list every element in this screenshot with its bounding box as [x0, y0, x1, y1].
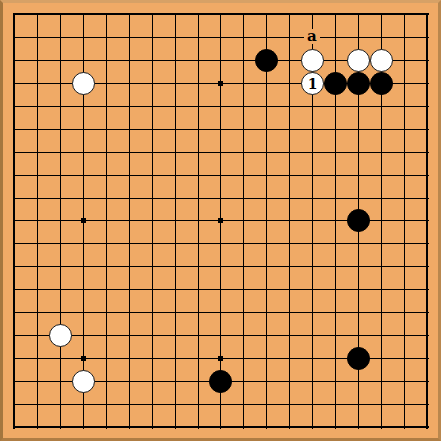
grid-line-horizontal [13, 175, 429, 176]
grid-line-horizontal [13, 312, 429, 313]
grid-line-horizontal [13, 106, 429, 107]
white-stone [49, 324, 72, 347]
grid-line-horizontal [13, 152, 429, 153]
grid-line-vertical [198, 13, 199, 429]
grid-line-horizontal [13, 404, 429, 405]
black-stone [324, 72, 347, 95]
point-label: a [304, 29, 320, 44]
white-stone [301, 49, 324, 72]
black-stone [255, 49, 278, 72]
white-stone [72, 370, 95, 393]
grid-line-horizontal [13, 13, 429, 15]
star-point [218, 356, 223, 361]
grid-line-horizontal [13, 198, 429, 199]
black-stone [347, 72, 370, 95]
grid-line-horizontal [13, 266, 429, 267]
grid-line-horizontal [13, 129, 429, 130]
star-point [218, 218, 223, 223]
star-point [218, 81, 223, 86]
grid-line-vertical [13, 13, 15, 429]
black-stone [347, 209, 370, 232]
grid-line-vertical [60, 13, 61, 429]
white-stone-move-number: 1 [301, 72, 324, 95]
black-stone [209, 370, 232, 393]
grid-line-vertical [243, 13, 244, 429]
white-stone [72, 72, 95, 95]
grid-line-vertical [129, 13, 130, 429]
grid-line-horizontal [13, 37, 429, 38]
grid-line-vertical [426, 13, 428, 429]
grid-line-horizontal [13, 289, 429, 290]
star-point [81, 356, 86, 361]
grid-line-vertical [404, 13, 405, 429]
grid-line-vertical [152, 13, 153, 429]
grid-line-horizontal [13, 426, 429, 428]
grid-line-vertical [175, 13, 176, 429]
black-stone [347, 347, 370, 370]
grid-line-vertical [266, 13, 267, 429]
star-point [81, 218, 86, 223]
grid-line-horizontal [13, 335, 429, 336]
black-stone [370, 72, 393, 95]
grid-line-vertical [106, 13, 107, 429]
go-board[interactable]: 1a [0, 0, 441, 441]
grid-line-horizontal [13, 243, 429, 244]
grid-line-vertical [289, 13, 290, 429]
white-stone [347, 49, 370, 72]
grid-line-vertical [37, 13, 38, 429]
white-stone [370, 49, 393, 72]
